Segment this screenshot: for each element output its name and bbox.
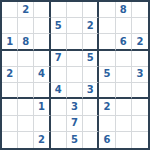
cell-r9c4[interactable] (51, 132, 67, 148)
cell-r2c2[interactable] (18, 18, 34, 34)
given-digit: 5 (55, 21, 62, 31)
cell-r5c2[interactable] (18, 67, 34, 83)
cell-r1c5[interactable] (67, 2, 83, 18)
cell-r1c3[interactable] (34, 2, 50, 18)
given-digit: 6 (120, 37, 127, 47)
cell-r8c6[interactable] (83, 116, 99, 132)
cell-r3c6[interactable] (83, 34, 99, 50)
cell-r3c1[interactable]: 1 (2, 34, 18, 50)
cell-r9c5[interactable]: 5 (67, 132, 83, 148)
given-digit: 6 (103, 135, 110, 145)
cell-r5c6[interactable] (83, 67, 99, 83)
cell-r9c3[interactable]: 2 (34, 132, 50, 148)
cell-r3c5[interactable] (67, 34, 83, 50)
cell-r5c1[interactable]: 2 (2, 67, 18, 83)
cell-r3c3[interactable] (34, 34, 50, 50)
given-digit: 2 (38, 135, 45, 145)
given-digit: 7 (55, 53, 62, 63)
cell-r1c6[interactable] (83, 2, 99, 18)
cell-r5c5[interactable] (67, 67, 83, 83)
cell-r2c5[interactable] (67, 18, 83, 34)
given-digit: 3 (87, 85, 94, 95)
cell-r6c6[interactable]: 3 (83, 83, 99, 99)
given-digit: 2 (22, 5, 29, 15)
cell-r8c5[interactable]: 7 (67, 116, 83, 132)
cell-r9c9[interactable] (132, 132, 148, 148)
cell-r4c9[interactable] (132, 51, 148, 67)
cell-r3c2[interactable]: 8 (18, 34, 34, 50)
given-digit: 5 (71, 135, 78, 145)
cell-r8c3[interactable] (34, 116, 50, 132)
given-digit: 2 (103, 102, 110, 112)
cell-r4c8[interactable] (116, 51, 132, 67)
cell-r7c2[interactable] (18, 99, 34, 115)
cell-r1c8[interactable]: 8 (116, 2, 132, 18)
cell-r7c6[interactable] (83, 99, 99, 115)
cell-r8c7[interactable] (99, 116, 115, 132)
cell-r4c1[interactable] (2, 51, 18, 67)
cell-r8c1[interactable] (2, 116, 18, 132)
given-digit: 8 (120, 5, 127, 15)
cell-r7c4[interactable] (51, 99, 67, 115)
given-digit: 7 (71, 118, 78, 128)
given-digit: 2 (6, 69, 13, 79)
cell-r1c1[interactable] (2, 2, 18, 18)
cell-r6c5[interactable] (67, 83, 83, 99)
given-digit: 1 (6, 37, 13, 47)
cell-r2c3[interactable] (34, 18, 50, 34)
cell-r5c9[interactable]: 3 (132, 67, 148, 83)
cell-r2c8[interactable] (116, 18, 132, 34)
given-digit: 4 (38, 69, 45, 79)
given-digit: 5 (87, 53, 94, 63)
cell-r7c1[interactable] (2, 99, 18, 115)
cell-r2c6[interactable]: 2 (83, 18, 99, 34)
cell-r7c3[interactable]: 1 (34, 99, 50, 115)
cell-r8c9[interactable] (132, 116, 148, 132)
cell-r3c7[interactable] (99, 34, 115, 50)
cell-r1c2[interactable]: 2 (18, 2, 34, 18)
cell-r5c3[interactable]: 4 (34, 67, 50, 83)
cell-r5c7[interactable]: 5 (99, 67, 115, 83)
cell-r1c4[interactable] (51, 2, 67, 18)
cell-r4c7[interactable] (99, 51, 115, 67)
sudoku-board: 28521862752453431327256 (0, 0, 150, 150)
cell-r9c1[interactable] (2, 132, 18, 148)
cell-r6c4[interactable]: 4 (51, 83, 67, 99)
cell-r4c2[interactable] (18, 51, 34, 67)
cell-r1c7[interactable] (99, 2, 115, 18)
cell-r9c7[interactable]: 6 (99, 132, 115, 148)
cell-r2c7[interactable] (99, 18, 115, 34)
given-digit: 5 (103, 69, 110, 79)
cell-r2c4[interactable]: 5 (51, 18, 67, 34)
cell-r1c9[interactable] (132, 2, 148, 18)
cell-r6c9[interactable] (132, 83, 148, 99)
cell-r2c1[interactable] (2, 18, 18, 34)
cell-r7c7[interactable]: 2 (99, 99, 115, 115)
given-digit: 4 (55, 85, 62, 95)
given-digit: 3 (136, 69, 143, 79)
given-digit: 3 (71, 102, 78, 112)
cell-r6c8[interactable] (116, 83, 132, 99)
cell-r4c4[interactable]: 7 (51, 51, 67, 67)
cell-r8c2[interactable] (18, 116, 34, 132)
given-digit: 1 (38, 102, 45, 112)
cell-r8c8[interactable] (116, 116, 132, 132)
cell-r6c2[interactable] (18, 83, 34, 99)
given-digit: 2 (87, 21, 94, 31)
cell-r8c4[interactable] (51, 116, 67, 132)
cell-r4c3[interactable] (34, 51, 50, 67)
cell-r4c5[interactable] (67, 51, 83, 67)
cell-r6c3[interactable] (34, 83, 50, 99)
cell-r9c8[interactable] (116, 132, 132, 148)
cell-r5c4[interactable] (51, 67, 67, 83)
cell-r2c9[interactable] (132, 18, 148, 34)
cell-r7c8[interactable] (116, 99, 132, 115)
cell-r5c8[interactable] (116, 67, 132, 83)
given-digit: 2 (136, 37, 143, 47)
cell-r6c1[interactable] (2, 83, 18, 99)
cell-r3c8[interactable]: 6 (116, 34, 132, 50)
cell-r7c9[interactable] (132, 99, 148, 115)
cell-r9c2[interactable] (18, 132, 34, 148)
cell-r6c7[interactable] (99, 83, 115, 99)
cell-r7c5[interactable]: 3 (67, 99, 83, 115)
cell-r3c4[interactable] (51, 34, 67, 50)
cell-r3c9[interactable]: 2 (132, 34, 148, 50)
cell-r4c6[interactable]: 5 (83, 51, 99, 67)
given-digit: 8 (22, 37, 29, 47)
cell-r9c6[interactable] (83, 132, 99, 148)
